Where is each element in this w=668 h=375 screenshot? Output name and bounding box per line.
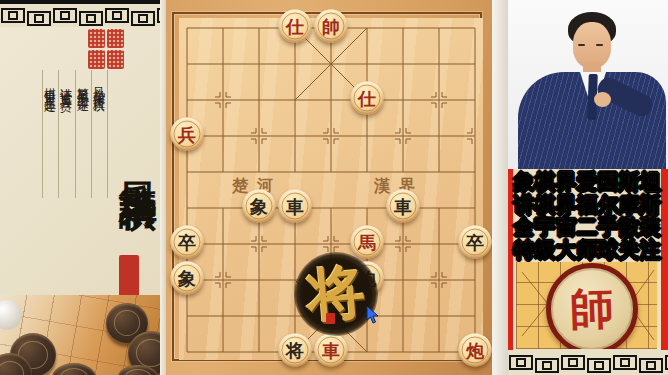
lattice-border-bottom	[508, 350, 668, 375]
logo-red-seal	[326, 313, 335, 324]
lattice-cell	[131, 11, 155, 26]
slogan-line-1: 象棋界爱因斯坦	[513, 171, 661, 194]
channel-title: 風繁講棋	[116, 66, 160, 251]
lattice-cell	[639, 358, 663, 373]
lattice-border-top	[0, 0, 160, 27]
xiangqi-board[interactable]: 楚河 漢界 仕帥仕兵象車車卒馬卒象炮将車炮 将	[166, 0, 492, 375]
lattice-cell	[79, 11, 103, 26]
poem-line-2: 繁星似子弈中迷	[76, 78, 91, 198]
logo-jiang-character: 将	[304, 253, 369, 336]
lattice-cell	[535, 358, 559, 373]
presenter-hand	[594, 92, 611, 107]
panel-divider-right	[492, 0, 508, 375]
slogan-box: 象棋界爱因斯坦 讲棋界福尔摩斯 全宇宙二手散装 特级大师球关注 師	[513, 169, 661, 352]
shi-piece-image: 師	[516, 262, 657, 349]
thumbnail: 風繁講棋 风起萍末诗入棋 繁星似子弈中迷 讲评论道万人赏 棋中日月人生趣 精讲赏…	[0, 0, 668, 375]
right-panel: 象棋界爱因斯坦 讲棋界福尔摩斯 全宇宙二手散装 特级大师球关注 師	[508, 0, 668, 375]
slogan-line-3: 全宇宙二手散装	[513, 216, 661, 239]
mouse-cursor	[366, 306, 379, 324]
poem-line-1: 风起萍末诗入棋	[92, 78, 107, 198]
slogan-line-4: 特级大师球关注	[513, 239, 661, 262]
river-label-han: 漢界	[374, 176, 424, 197]
slogan-line-2: 讲棋界福尔摩斯	[513, 194, 661, 217]
river-label-chu: 楚河	[232, 176, 282, 197]
lattice-cell	[587, 358, 611, 373]
lattice-cell	[613, 355, 637, 370]
lattice-cell	[509, 355, 533, 370]
lattice-cell	[27, 11, 51, 26]
lattice-cell	[105, 8, 129, 23]
left-panel: 風繁講棋 风起萍末诗入棋 繁星似子弈中迷 讲评论道万人赏 棋中日月人生趣 精讲赏…	[0, 0, 160, 375]
presenter-eye	[578, 44, 585, 46]
lattice-cell	[1, 8, 25, 23]
shi-piece: 師	[546, 263, 638, 349]
slogan-lines: 象棋界爱因斯坦 讲棋界福尔摩斯 全宇宙二手散装 特级大师球关注	[513, 171, 661, 261]
lattice-cell	[53, 8, 77, 23]
presenter-photo	[508, 0, 668, 169]
seal-mark	[88, 50, 105, 69]
shi-character: 師	[569, 279, 615, 339]
poem-line-3: 讲评论道万人赏	[59, 78, 74, 198]
divider-line	[107, 70, 108, 198]
decorative-piece	[52, 363, 96, 375]
poem-line-4: 棋中日月人生趣	[43, 78, 58, 198]
presenter-eye	[596, 44, 603, 46]
decorative-pieces-photo	[0, 295, 160, 375]
red-seal-stamp	[86, 27, 126, 71]
seal-mark	[88, 29, 105, 48]
lattice-cell	[561, 355, 585, 370]
seal-mark	[107, 29, 124, 48]
